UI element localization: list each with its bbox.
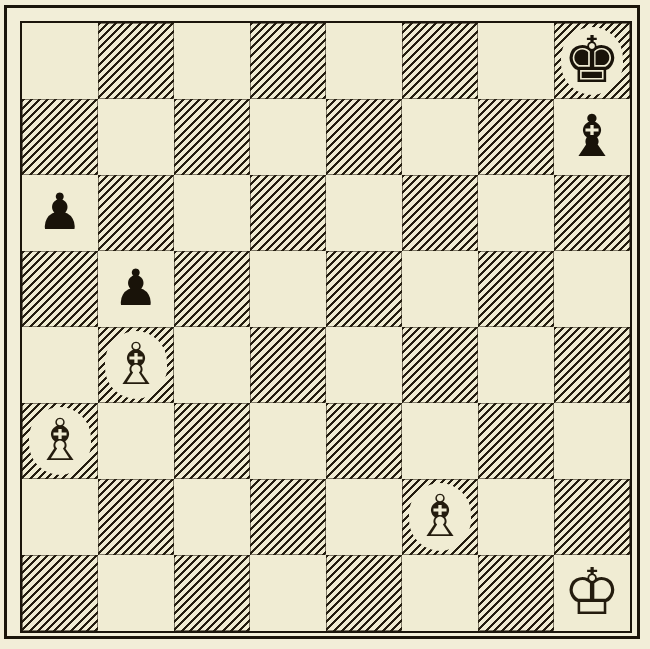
black-king-piece: ♚ [563, 28, 620, 92]
square-h7[interactable]: ♝ [554, 99, 630, 175]
square-d5[interactable] [250, 251, 326, 327]
square-c5[interactable] [174, 251, 250, 327]
square-f2[interactable]: ♗ [402, 479, 478, 555]
square-e8[interactable] [326, 23, 402, 99]
square-d6[interactable] [250, 175, 326, 251]
square-c7[interactable] [174, 99, 250, 175]
square-g6[interactable] [478, 175, 554, 251]
square-g2[interactable] [478, 479, 554, 555]
square-a6[interactable]: ♟ [22, 175, 98, 251]
square-f8[interactable] [402, 23, 478, 99]
square-g1[interactable] [478, 555, 554, 631]
square-a8[interactable] [22, 23, 98, 99]
square-d7[interactable] [250, 99, 326, 175]
square-e2[interactable] [326, 479, 402, 555]
square-h2[interactable] [554, 479, 630, 555]
square-b3[interactable] [98, 403, 174, 479]
square-a2[interactable] [22, 479, 98, 555]
square-f3[interactable] [402, 403, 478, 479]
square-h4[interactable] [554, 327, 630, 403]
square-c6[interactable] [174, 175, 250, 251]
square-b1[interactable] [98, 555, 174, 631]
square-h3[interactable] [554, 403, 630, 479]
square-g5[interactable] [478, 251, 554, 327]
square-c1[interactable] [174, 555, 250, 631]
square-f7[interactable] [402, 99, 478, 175]
piece-halo: ♝ [561, 103, 623, 171]
square-c4[interactable] [174, 327, 250, 403]
square-b6[interactable] [98, 175, 174, 251]
white-bishop-piece: ♗ [110, 335, 162, 393]
square-b7[interactable] [98, 99, 174, 175]
square-f1[interactable] [402, 555, 478, 631]
square-a4[interactable] [22, 327, 98, 403]
black-pawn-piece: ♟ [114, 263, 159, 313]
white-king-piece: ♔ [563, 560, 620, 624]
square-a3[interactable]: ♗ [22, 403, 98, 479]
square-d8[interactable] [250, 23, 326, 99]
white-bishop-piece: ♗ [414, 487, 466, 545]
black-bishop-piece: ♝ [566, 107, 618, 165]
square-g8[interactable] [478, 23, 554, 99]
diagram-page: { "game": "chess", "position": { "fen": … [0, 0, 650, 649]
page-paper: ♚♝♟♟♗♗♗♔ [0, 0, 650, 649]
square-f4[interactable] [402, 327, 478, 403]
square-d2[interactable] [250, 479, 326, 555]
square-d1[interactable] [250, 555, 326, 631]
square-a7[interactable] [22, 99, 98, 175]
square-d3[interactable] [250, 403, 326, 479]
piece-halo: ♟ [105, 255, 167, 323]
square-b4[interactable]: ♗ [98, 327, 174, 403]
square-e3[interactable] [326, 403, 402, 479]
chess-board: ♚♝♟♟♗♗♗♔ [20, 21, 632, 633]
square-e4[interactable] [326, 327, 402, 403]
square-c8[interactable] [174, 23, 250, 99]
piece-halo: ♗ [409, 483, 471, 551]
square-f5[interactable] [402, 251, 478, 327]
piece-halo: ♟ [29, 179, 91, 247]
square-a1[interactable] [22, 555, 98, 631]
piece-halo: ♗ [105, 331, 167, 399]
square-e6[interactable] [326, 175, 402, 251]
square-g3[interactable] [478, 403, 554, 479]
square-h5[interactable] [554, 251, 630, 327]
square-h1[interactable]: ♔ [554, 555, 630, 631]
square-h8[interactable]: ♚ [554, 23, 630, 99]
square-e1[interactable] [326, 555, 402, 631]
piece-halo: ♚ [561, 27, 623, 95]
square-a5[interactable] [22, 251, 98, 327]
square-c3[interactable] [174, 403, 250, 479]
square-f6[interactable] [402, 175, 478, 251]
square-b5[interactable]: ♟ [98, 251, 174, 327]
square-g7[interactable] [478, 99, 554, 175]
square-d4[interactable] [250, 327, 326, 403]
square-e7[interactable] [326, 99, 402, 175]
black-pawn-piece: ♟ [38, 187, 83, 237]
square-g4[interactable] [478, 327, 554, 403]
square-e5[interactable] [326, 251, 402, 327]
piece-halo: ♔ [561, 559, 623, 627]
square-b8[interactable] [98, 23, 174, 99]
square-c2[interactable] [174, 479, 250, 555]
square-h6[interactable] [554, 175, 630, 251]
square-b2[interactable] [98, 479, 174, 555]
piece-halo: ♗ [29, 407, 91, 475]
white-bishop-piece: ♗ [34, 411, 86, 469]
